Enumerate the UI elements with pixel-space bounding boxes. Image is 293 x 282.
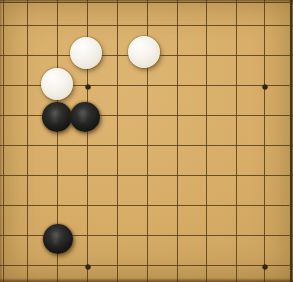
board-edge-shadow-top [0, 0, 293, 3]
board-edge-shadow-right [290, 0, 293, 282]
board-edge-shadow-bottom [0, 278, 293, 282]
board-edge-shadow-left [0, 0, 2, 282]
go-board[interactable] [0, 0, 293, 282]
board-edges [0, 0, 293, 282]
